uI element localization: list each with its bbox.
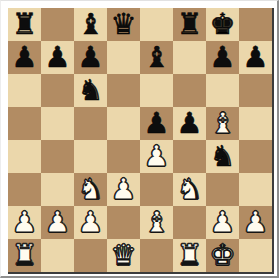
- square-f1[interactable]: ♜: [173, 239, 206, 272]
- square-c1[interactable]: [74, 239, 107, 272]
- square-d7[interactable]: [107, 41, 140, 74]
- square-g2[interactable]: ♟: [206, 206, 239, 239]
- square-c6[interactable]: ♞: [74, 74, 107, 107]
- square-f6[interactable]: [173, 74, 206, 107]
- piece-black-pawn[interactable]: ♟: [173, 107, 206, 140]
- square-b8[interactable]: [41, 8, 74, 41]
- piece-black-pawn[interactable]: ♟: [74, 41, 107, 74]
- square-a3[interactable]: [8, 173, 41, 206]
- piece-white-bishop[interactable]: ♝: [206, 107, 239, 140]
- square-b6[interactable]: [41, 74, 74, 107]
- square-e4[interactable]: ♟: [140, 140, 173, 173]
- piece-black-pawn[interactable]: ♟: [41, 41, 74, 74]
- square-h1[interactable]: [239, 239, 272, 272]
- piece-white-bishop[interactable]: ♝: [140, 206, 173, 239]
- square-h6[interactable]: [239, 74, 272, 107]
- square-h8[interactable]: [239, 8, 272, 41]
- square-b2[interactable]: ♟: [41, 206, 74, 239]
- square-d3[interactable]: ♟: [107, 173, 140, 206]
- piece-black-bishop[interactable]: ♝: [140, 41, 173, 74]
- piece-white-pawn[interactable]: ♟: [140, 140, 173, 173]
- square-c8[interactable]: ♝: [74, 8, 107, 41]
- square-c5[interactable]: [74, 107, 107, 140]
- square-d8[interactable]: ♛: [107, 8, 140, 41]
- square-a6[interactable]: [8, 74, 41, 107]
- square-d6[interactable]: [107, 74, 140, 107]
- square-a1[interactable]: ♜: [8, 239, 41, 272]
- square-f7[interactable]: [173, 41, 206, 74]
- square-g8[interactable]: ♚: [206, 8, 239, 41]
- square-f5[interactable]: ♟: [173, 107, 206, 140]
- piece-white-pawn[interactable]: ♟: [74, 206, 107, 239]
- square-g7[interactable]: ♟: [206, 41, 239, 74]
- square-a7[interactable]: ♟: [8, 41, 41, 74]
- square-f2[interactable]: [173, 206, 206, 239]
- piece-black-bishop[interactable]: ♝: [74, 8, 107, 41]
- square-h3[interactable]: [239, 173, 272, 206]
- square-c2[interactable]: ♟: [74, 206, 107, 239]
- square-a2[interactable]: ♟: [8, 206, 41, 239]
- square-a8[interactable]: ♜: [8, 8, 41, 41]
- piece-black-pawn[interactable]: ♟: [140, 107, 173, 140]
- square-b5[interactable]: [41, 107, 74, 140]
- square-f3[interactable]: ♞: [173, 173, 206, 206]
- square-g5[interactable]: ♝: [206, 107, 239, 140]
- square-d2[interactable]: [107, 206, 140, 239]
- square-f8[interactable]: ♜: [173, 8, 206, 41]
- square-g3[interactable]: [206, 173, 239, 206]
- piece-black-queen[interactable]: ♛: [107, 8, 140, 41]
- piece-black-pawn[interactable]: ♟: [239, 41, 272, 74]
- piece-white-rook[interactable]: ♜: [8, 239, 41, 272]
- square-c3[interactable]: ♞: [74, 173, 107, 206]
- piece-white-pawn[interactable]: ♟: [8, 206, 41, 239]
- square-d1[interactable]: ♛: [107, 239, 140, 272]
- piece-black-king[interactable]: ♚: [206, 8, 239, 41]
- piece-black-pawn[interactable]: ♟: [206, 41, 239, 74]
- piece-white-knight[interactable]: ♞: [74, 173, 107, 206]
- square-e3[interactable]: [140, 173, 173, 206]
- square-e1[interactable]: [140, 239, 173, 272]
- square-f4[interactable]: [173, 140, 206, 173]
- piece-black-knight[interactable]: ♞: [206, 140, 239, 173]
- piece-white-pawn[interactable]: ♟: [41, 206, 74, 239]
- square-g1[interactable]: ♚: [206, 239, 239, 272]
- square-e6[interactable]: [140, 74, 173, 107]
- square-e8[interactable]: [140, 8, 173, 41]
- square-c4[interactable]: [74, 140, 107, 173]
- square-b1[interactable]: [41, 239, 74, 272]
- piece-white-knight[interactable]: ♞: [173, 173, 206, 206]
- piece-black-knight[interactable]: ♞: [74, 74, 107, 107]
- square-g4[interactable]: ♞: [206, 140, 239, 173]
- square-e7[interactable]: ♝: [140, 41, 173, 74]
- square-h5[interactable]: [239, 107, 272, 140]
- square-e5[interactable]: ♟: [140, 107, 173, 140]
- square-b4[interactable]: [41, 140, 74, 173]
- piece-white-pawn[interactable]: ♟: [239, 206, 272, 239]
- piece-white-king[interactable]: ♚: [206, 239, 239, 272]
- piece-black-pawn[interactable]: ♟: [8, 41, 41, 74]
- piece-white-queen[interactable]: ♛: [107, 239, 140, 272]
- piece-white-pawn[interactable]: ♟: [206, 206, 239, 239]
- square-a4[interactable]: [8, 140, 41, 173]
- square-g6[interactable]: [206, 74, 239, 107]
- piece-black-rook[interactable]: ♜: [8, 8, 41, 41]
- square-h4[interactable]: [239, 140, 272, 173]
- piece-white-pawn[interactable]: ♟: [107, 173, 140, 206]
- square-d4[interactable]: [107, 140, 140, 173]
- chess-board-window: ♜♝♛♜♚♟♟♟♝♟♟♞♟♟♝♟♞♞♟♞♟♟♟♝♟♟♜♛♜♚: [0, 0, 279, 278]
- piece-white-rook[interactable]: ♜: [173, 239, 206, 272]
- square-b7[interactable]: ♟: [41, 41, 74, 74]
- square-a5[interactable]: [8, 107, 41, 140]
- square-h2[interactable]: ♟: [239, 206, 272, 239]
- square-d5[interactable]: [107, 107, 140, 140]
- chess-board: ♜♝♛♜♚♟♟♟♝♟♟♞♟♟♝♟♞♞♟♞♟♟♟♝♟♟♜♛♜♚: [8, 8, 274, 274]
- square-e2[interactable]: ♝: [140, 206, 173, 239]
- square-h7[interactable]: ♟: [239, 41, 272, 74]
- square-c7[interactable]: ♟: [74, 41, 107, 74]
- square-b3[interactable]: [41, 173, 74, 206]
- piece-black-rook[interactable]: ♜: [173, 8, 206, 41]
